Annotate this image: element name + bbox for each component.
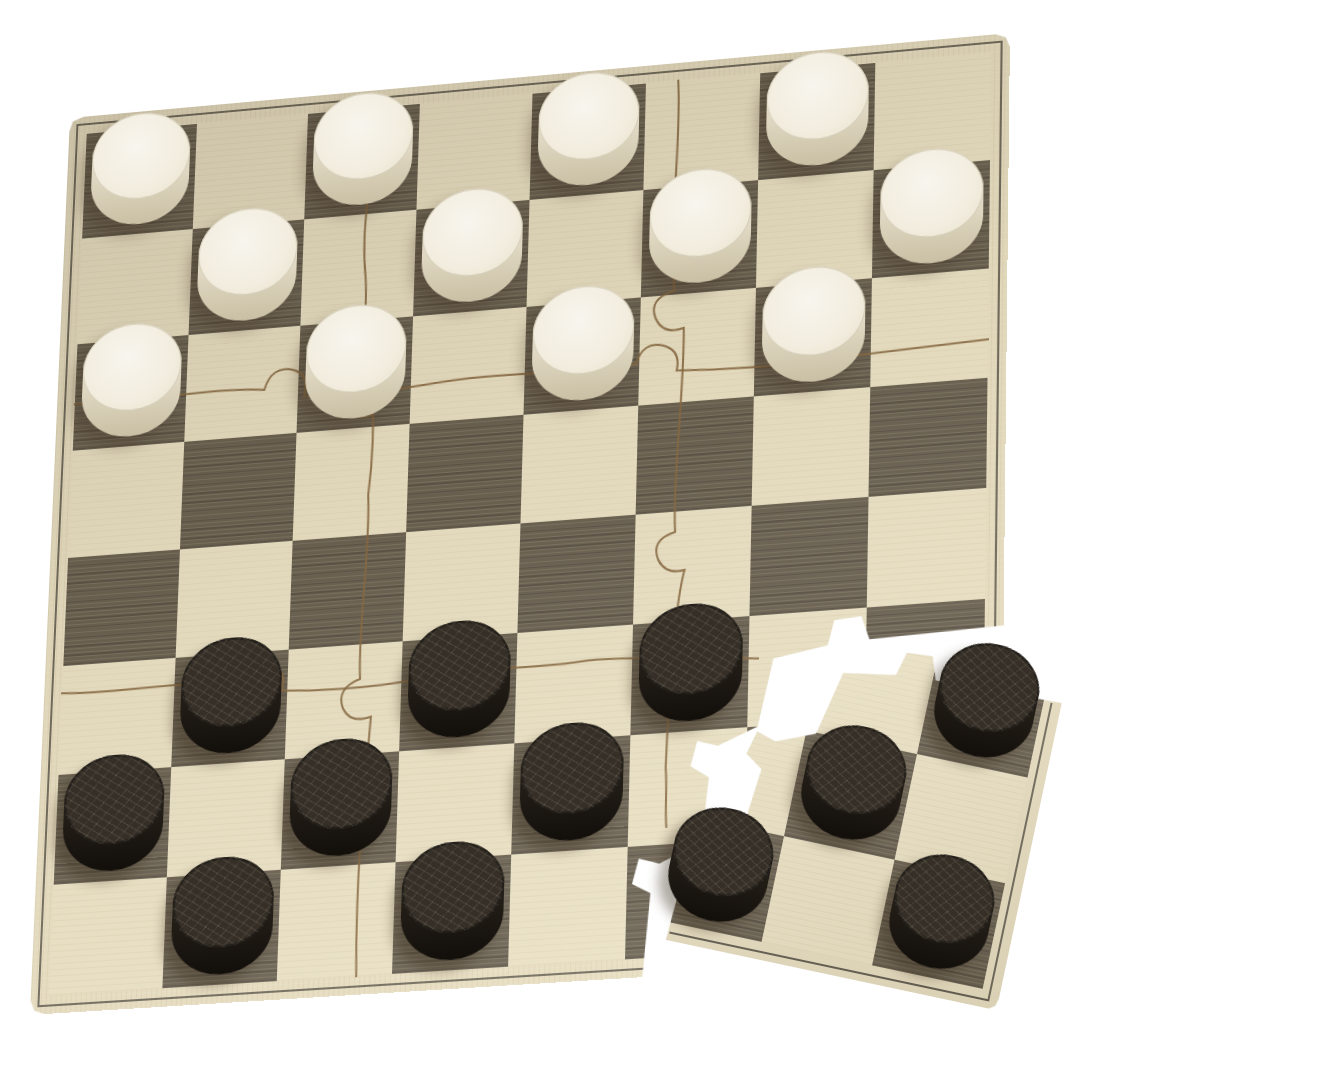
black-checker[interactable] bbox=[792, 716, 914, 848]
black-checker[interactable] bbox=[169, 854, 274, 978]
white-checker[interactable] bbox=[765, 48, 869, 170]
black-checker[interactable] bbox=[61, 751, 166, 874]
black-checker[interactable] bbox=[881, 845, 1003, 977]
black-checker[interactable] bbox=[406, 617, 511, 740]
black-checker[interactable] bbox=[288, 735, 393, 859]
white-checker[interactable] bbox=[536, 68, 639, 189]
black-checker[interactable] bbox=[518, 719, 624, 843]
white-checker[interactable] bbox=[195, 204, 298, 324]
detached-corner-piece[interactable] bbox=[664, 605, 1068, 1010]
white-checker[interactable] bbox=[89, 109, 191, 228]
black-checker[interactable] bbox=[399, 839, 505, 964]
white-checker[interactable] bbox=[420, 185, 524, 306]
white-checker[interactable] bbox=[648, 165, 752, 287]
black-checker[interactable] bbox=[178, 634, 283, 757]
detached-piece-checkers bbox=[664, 605, 1068, 1010]
white-checker[interactable] bbox=[311, 89, 414, 209]
white-checker[interactable] bbox=[303, 301, 407, 422]
white-checker[interactable] bbox=[80, 320, 183, 440]
photo-scene bbox=[0, 0, 1329, 1080]
white-checker[interactable] bbox=[879, 145, 984, 268]
white-checker[interactable] bbox=[761, 263, 866, 386]
white-checker[interactable] bbox=[530, 282, 634, 404]
black-checker[interactable] bbox=[925, 634, 1047, 766]
